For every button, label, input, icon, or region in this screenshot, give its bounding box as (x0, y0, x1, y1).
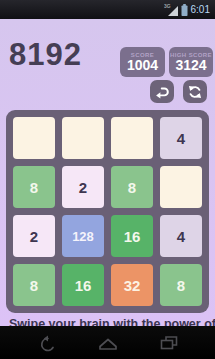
restart-circular-arrows-icon (188, 85, 202, 99)
high-score-box: HIGH SCORE 3124 (169, 47, 213, 77)
cell-signal-icon: 3G (164, 3, 178, 16)
recent-apps-icon (159, 334, 179, 351)
nav-recents-button[interactable] (157, 332, 181, 354)
tile: 4 (160, 117, 202, 159)
tile (62, 117, 104, 159)
tile: 32 (111, 264, 153, 306)
tile: 8 (160, 264, 202, 306)
android-nav-bar (0, 326, 215, 359)
tile: 2 (62, 166, 104, 208)
tile (13, 117, 55, 159)
score-value: 1004 (127, 58, 158, 73)
android-status-bar: 3G 6:01 (0, 0, 215, 19)
home-icon (97, 335, 119, 351)
tile: 16 (111, 215, 153, 257)
tile: 4 (160, 215, 202, 257)
network-type-label: 3G (164, 3, 171, 9)
tile: 128 (62, 215, 104, 257)
score-box: SCORE 1004 (120, 47, 165, 77)
tile: 8 (13, 264, 55, 306)
tile: 8 (13, 166, 55, 208)
app-title: 8192 (9, 37, 82, 73)
nav-home-button[interactable] (96, 332, 120, 354)
clock: 6:01 (191, 5, 210, 15)
back-icon (37, 334, 57, 352)
game-app-area: 8192 SCORE 1004 HIGH SCORE 3124 (0, 19, 215, 326)
tile: 8 (111, 166, 153, 208)
high-score-value: 3124 (175, 58, 206, 73)
tile: 16 (62, 264, 104, 306)
undo-arrow-icon (155, 85, 170, 99)
tile (111, 117, 153, 159)
tile: 2 (13, 215, 55, 257)
nav-back-button[interactable] (35, 332, 59, 354)
battery-icon (181, 4, 188, 16)
restart-button[interactable] (183, 80, 207, 103)
undo-button[interactable] (150, 80, 174, 103)
tile (160, 166, 202, 208)
game-board[interactable]: 4 8 2 8 2 128 16 4 8 16 32 8 (6, 110, 209, 313)
phone-screen: 3G 6:01 8192 SCORE 1004 HIGH SCORE 3124 (0, 0, 215, 359)
